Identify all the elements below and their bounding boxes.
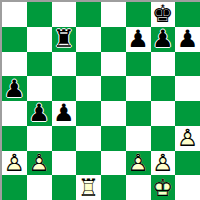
black-pawn-glyph: ♟ bbox=[28, 101, 50, 125]
piece-black-pawn[interactable]: ♟ bbox=[151, 27, 176, 52]
square-e8[interactable] bbox=[101, 2, 126, 27]
white-pawn-outline-glyph: ♙ bbox=[28, 151, 50, 175]
square-h4[interactable] bbox=[175, 101, 200, 126]
chess-board: ♚♜♟♟♟♟♟♟♟♙♟♙♟♙♟♙♟♙♜♖♚♔ bbox=[0, 0, 200, 200]
square-d1[interactable]: ♜♖ bbox=[76, 175, 101, 200]
square-e1[interactable] bbox=[101, 175, 126, 200]
square-e6[interactable] bbox=[101, 52, 126, 77]
square-g1[interactable]: ♚♔ bbox=[151, 175, 176, 200]
square-c5[interactable] bbox=[52, 76, 77, 101]
piece-white-pawn[interactable]: ♟♙ bbox=[151, 151, 176, 176]
piece-white-rook[interactable]: ♜♖ bbox=[76, 175, 101, 200]
black-pawn-glyph: ♟ bbox=[53, 101, 75, 125]
square-a3[interactable] bbox=[2, 126, 27, 151]
square-a2[interactable]: ♟♙ bbox=[2, 151, 27, 176]
piece-white-pawn[interactable]: ♟♙ bbox=[27, 151, 52, 176]
piece-black-rook[interactable]: ♜ bbox=[52, 27, 77, 52]
square-h1[interactable] bbox=[175, 175, 200, 200]
square-a7[interactable] bbox=[2, 27, 27, 52]
piece-black-king[interactable]: ♚ bbox=[151, 2, 176, 27]
white-pawn-outline-glyph: ♙ bbox=[177, 126, 199, 150]
white-pawn-outline-glyph: ♙ bbox=[127, 151, 149, 175]
square-d7[interactable] bbox=[76, 27, 101, 52]
square-b7[interactable] bbox=[27, 27, 52, 52]
square-g8[interactable]: ♚ bbox=[151, 2, 176, 27]
piece-white-king[interactable]: ♚♔ bbox=[151, 175, 176, 200]
square-a4[interactable] bbox=[2, 101, 27, 126]
square-b4[interactable]: ♟ bbox=[27, 101, 52, 126]
black-pawn-glyph: ♟ bbox=[177, 27, 199, 51]
square-e5[interactable] bbox=[101, 76, 126, 101]
square-e2[interactable] bbox=[101, 151, 126, 176]
piece-white-pawn[interactable]: ♟♙ bbox=[175, 126, 200, 151]
piece-black-pawn[interactable]: ♟ bbox=[2, 76, 27, 101]
square-e4[interactable] bbox=[101, 101, 126, 126]
square-d2[interactable] bbox=[76, 151, 101, 176]
square-g2[interactable]: ♟♙ bbox=[151, 151, 176, 176]
square-b8[interactable] bbox=[27, 2, 52, 27]
square-f2[interactable]: ♟♙ bbox=[126, 151, 151, 176]
square-h8[interactable] bbox=[175, 2, 200, 27]
square-h3[interactable]: ♟♙ bbox=[175, 126, 200, 151]
square-c6[interactable] bbox=[52, 52, 77, 77]
square-d6[interactable] bbox=[76, 52, 101, 77]
square-g7[interactable]: ♟ bbox=[151, 27, 176, 52]
square-a5[interactable]: ♟ bbox=[2, 76, 27, 101]
piece-white-pawn[interactable]: ♟♙ bbox=[2, 151, 27, 176]
square-d8[interactable] bbox=[76, 2, 101, 27]
black-king-glyph: ♚ bbox=[152, 2, 174, 26]
square-f6[interactable] bbox=[126, 52, 151, 77]
square-c4[interactable]: ♟ bbox=[52, 101, 77, 126]
square-e3[interactable] bbox=[101, 126, 126, 151]
square-g5[interactable] bbox=[151, 76, 176, 101]
black-pawn-glyph: ♟ bbox=[152, 27, 174, 51]
piece-white-pawn[interactable]: ♟♙ bbox=[126, 151, 151, 176]
white-king-outline-glyph: ♔ bbox=[152, 176, 174, 200]
square-a1[interactable] bbox=[2, 175, 27, 200]
square-d5[interactable] bbox=[76, 76, 101, 101]
black-pawn-glyph: ♟ bbox=[127, 27, 149, 51]
piece-black-pawn[interactable]: ♟ bbox=[126, 27, 151, 52]
white-pawn-outline-glyph: ♙ bbox=[4, 151, 26, 175]
square-b2[interactable]: ♟♙ bbox=[27, 151, 52, 176]
square-c7[interactable]: ♜ bbox=[52, 27, 77, 52]
square-d4[interactable] bbox=[76, 101, 101, 126]
square-f1[interactable] bbox=[126, 175, 151, 200]
square-a6[interactable] bbox=[2, 52, 27, 77]
square-f8[interactable] bbox=[126, 2, 151, 27]
square-h5[interactable] bbox=[175, 76, 200, 101]
white-rook-outline-glyph: ♖ bbox=[78, 176, 100, 200]
square-f3[interactable] bbox=[126, 126, 151, 151]
square-b6[interactable] bbox=[27, 52, 52, 77]
piece-black-pawn[interactable]: ♟ bbox=[52, 101, 77, 126]
piece-black-pawn[interactable]: ♟ bbox=[175, 27, 200, 52]
black-rook-glyph: ♜ bbox=[53, 27, 75, 51]
white-pawn-outline-glyph: ♙ bbox=[152, 151, 174, 175]
square-g6[interactable] bbox=[151, 52, 176, 77]
square-f5[interactable] bbox=[126, 76, 151, 101]
square-f7[interactable]: ♟ bbox=[126, 27, 151, 52]
square-b1[interactable] bbox=[27, 175, 52, 200]
square-g4[interactable] bbox=[151, 101, 176, 126]
square-h2[interactable] bbox=[175, 151, 200, 176]
square-c1[interactable] bbox=[52, 175, 77, 200]
square-b5[interactable] bbox=[27, 76, 52, 101]
square-c8[interactable] bbox=[52, 2, 77, 27]
piece-black-pawn[interactable]: ♟ bbox=[27, 101, 52, 126]
square-g3[interactable] bbox=[151, 126, 176, 151]
square-c2[interactable] bbox=[52, 151, 77, 176]
square-f4[interactable] bbox=[126, 101, 151, 126]
square-d3[interactable] bbox=[76, 126, 101, 151]
square-b3[interactable] bbox=[27, 126, 52, 151]
square-h6[interactable] bbox=[175, 52, 200, 77]
square-c3[interactable] bbox=[52, 126, 77, 151]
square-e7[interactable] bbox=[101, 27, 126, 52]
black-pawn-glyph: ♟ bbox=[4, 77, 26, 101]
square-h7[interactable]: ♟ bbox=[175, 27, 200, 52]
square-a8[interactable] bbox=[2, 2, 27, 27]
